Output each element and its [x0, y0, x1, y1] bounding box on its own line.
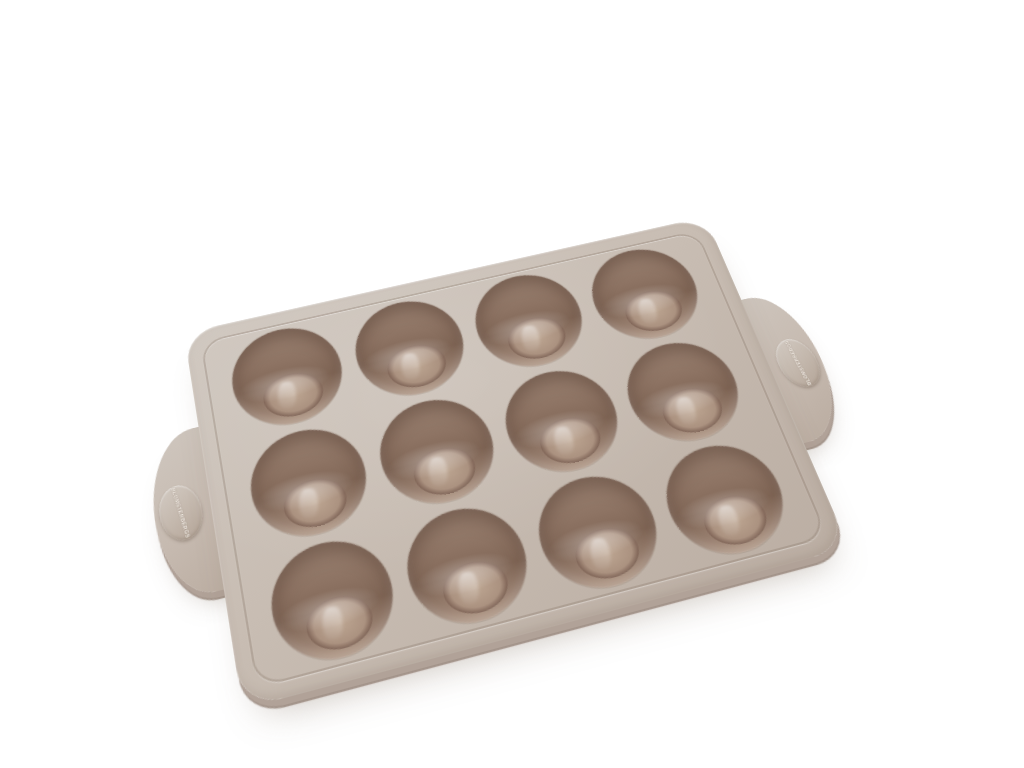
brand-badge-left-text: BLOMSTERBERGS	[170, 487, 191, 539]
muffin-cup	[493, 361, 631, 484]
muffin-cup	[346, 292, 475, 406]
product-photo-stage: BLOMSTERBERGS BLOMSTERBERGS	[0, 0, 1024, 768]
brand-badge-right-text: BLOMSTERBERGS	[783, 340, 812, 386]
brand-badge-left: BLOMSTERBERGS	[154, 480, 209, 547]
muffin-cup	[579, 240, 712, 348]
muffin-cup	[243, 418, 377, 548]
muffin-cup	[396, 497, 540, 637]
muffin-cup	[370, 389, 506, 515]
muffin-cup	[225, 318, 351, 436]
muffin-cup	[651, 434, 800, 566]
pan-surface	[184, 217, 849, 710]
muffin-cup	[525, 465, 672, 601]
muffin-pan: BLOMSTERBERGS BLOMSTERBERGS	[184, 217, 849, 710]
muffin-cup	[263, 529, 405, 673]
cup-grid	[184, 217, 849, 710]
muffin-cup	[464, 266, 595, 377]
muffin-cup	[614, 333, 754, 452]
